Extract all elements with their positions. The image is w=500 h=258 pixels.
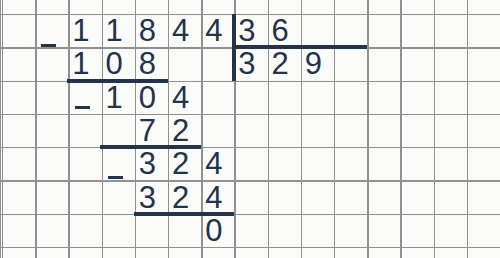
grid-digit-r0c3: 1 xyxy=(98,14,131,47)
grid-digit-r0c4: 8 xyxy=(131,14,164,47)
grid-digit-r4c6: 4 xyxy=(197,147,230,180)
division-bracket-horizontal xyxy=(234,45,367,49)
grid-digit-r4c5: 2 xyxy=(164,147,197,180)
grid-digit-r3c4: 7 xyxy=(131,114,164,147)
grid-digit-r1c3: 0 xyxy=(98,47,131,80)
grid-digit-r2c4: 0 xyxy=(131,81,164,114)
grid-digit-r0c2: 1 xyxy=(64,14,97,47)
grid-digit-r5c6: 4 xyxy=(197,181,230,214)
grid-digit-r1c9: 9 xyxy=(297,47,330,80)
grid-digit-r2c5: 4 xyxy=(164,81,197,114)
minus-sign-step3 xyxy=(108,176,123,179)
grid-digit-r0c6: 4 xyxy=(197,14,230,47)
minus-sign-step2 xyxy=(75,106,90,109)
grid-digit-r5c5: 2 xyxy=(164,181,197,214)
subtraction-line-72 xyxy=(100,145,201,149)
grid-digit-r4c4: 3 xyxy=(131,147,164,180)
grid-digit-r0c5: 4 xyxy=(164,14,197,47)
subtraction-line-108 xyxy=(67,79,168,83)
subtraction-line-324 xyxy=(134,212,234,216)
grid-digit-r3c5: 2 xyxy=(164,114,197,147)
grid-digit-r6c6: 0 xyxy=(197,214,230,247)
squared-paper-worksheet: 1184436108329104723243240 xyxy=(0,0,500,258)
grid-digit-r1c4: 8 xyxy=(131,47,164,80)
grid-digit-r1c8: 2 xyxy=(264,47,297,80)
minus-sign-step1 xyxy=(41,44,56,47)
grid-digit-r1c2: 1 xyxy=(64,47,97,80)
grid-digit-r5c4: 3 xyxy=(131,181,164,214)
grid-digit-r2c3: 1 xyxy=(98,81,131,114)
grid-digit-r0c8: 6 xyxy=(264,14,297,47)
